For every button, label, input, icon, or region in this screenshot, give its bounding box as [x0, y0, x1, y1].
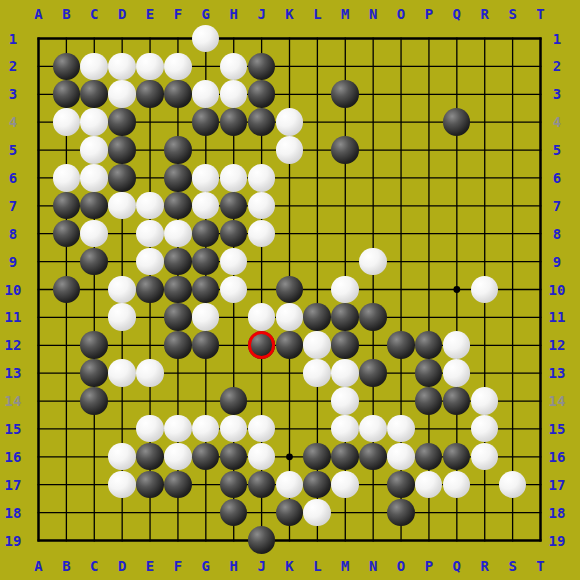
intersection-L14[interactable] — [303, 387, 331, 415]
intersection-C5[interactable] — [80, 136, 108, 164]
black-stone-B10[interactable] — [53, 276, 81, 304]
white-stone-H10[interactable] — [220, 276, 248, 304]
intersection-F5[interactable] — [164, 136, 192, 164]
white-stone-F15[interactable] — [164, 415, 192, 443]
black-stone-M11[interactable] — [331, 303, 359, 331]
black-stone-P12[interactable] — [415, 331, 443, 359]
intersection-N17[interactable] — [359, 471, 387, 499]
black-stone-M12[interactable] — [331, 331, 359, 359]
white-stone-D10[interactable] — [108, 276, 136, 304]
intersection-L12[interactable] — [303, 331, 331, 359]
intersection-J6[interactable] — [248, 164, 276, 192]
intersection-B11[interactable] — [52, 303, 80, 331]
black-stone-F5[interactable] — [164, 136, 192, 164]
intersection-N16[interactable] — [359, 443, 387, 471]
intersection-N18[interactable] — [359, 498, 387, 526]
intersection-G6[interactable] — [192, 164, 220, 192]
intersection-G7[interactable] — [192, 192, 220, 220]
white-stone-M13[interactable] — [331, 359, 359, 387]
intersection-A1[interactable] — [25, 25, 53, 53]
intersection-G3[interactable] — [192, 80, 220, 108]
intersection-F9[interactable] — [164, 248, 192, 276]
intersection-G19[interactable] — [192, 526, 220, 554]
intersection-A3[interactable] — [25, 80, 53, 108]
intersection-N1[interactable] — [359, 25, 387, 53]
intersection-A19[interactable] — [25, 526, 53, 554]
intersection-T2[interactable] — [526, 52, 554, 80]
intersection-J2[interactable] — [248, 52, 276, 80]
intersection-D19[interactable] — [108, 526, 136, 554]
black-stone-Q16[interactable] — [443, 443, 471, 471]
intersection-B6[interactable] — [52, 164, 80, 192]
intersection-M3[interactable] — [331, 80, 359, 108]
intersection-C9[interactable] — [80, 248, 108, 276]
intersection-B2[interactable] — [52, 52, 80, 80]
intersection-Q3[interactable] — [443, 80, 471, 108]
white-stone-G6[interactable] — [192, 164, 220, 192]
intersection-C10[interactable] — [80, 275, 108, 303]
intersection-J8[interactable] — [248, 220, 276, 248]
intersection-L18[interactable] — [303, 498, 331, 526]
intersection-D16[interactable] — [108, 443, 136, 471]
white-stone-C6[interactable] — [80, 164, 108, 192]
intersection-L3[interactable] — [303, 80, 331, 108]
intersection-Q17[interactable] — [443, 471, 471, 499]
intersection-S16[interactable] — [498, 443, 526, 471]
white-stone-D17[interactable] — [108, 471, 136, 499]
intersection-R14[interactable] — [471, 387, 499, 415]
intersection-O5[interactable] — [387, 136, 415, 164]
intersection-L15[interactable] — [303, 415, 331, 443]
intersection-G16[interactable] — [192, 443, 220, 471]
intersection-D11[interactable] — [108, 303, 136, 331]
white-stone-L13[interactable] — [303, 359, 331, 387]
intersection-L2[interactable] — [303, 52, 331, 80]
intersection-L16[interactable] — [303, 443, 331, 471]
intersection-Q13[interactable] — [443, 359, 471, 387]
white-stone-M15[interactable] — [331, 415, 359, 443]
intersection-P7[interactable] — [415, 192, 443, 220]
black-stone-L17[interactable] — [303, 471, 331, 499]
intersection-D12[interactable] — [108, 331, 136, 359]
intersection-J5[interactable] — [248, 136, 276, 164]
white-stone-H3[interactable] — [220, 80, 248, 108]
intersection-F4[interactable] — [164, 108, 192, 136]
intersection-B15[interactable] — [52, 415, 80, 443]
black-stone-F7[interactable] — [164, 192, 192, 220]
white-stone-G1[interactable] — [192, 25, 220, 53]
intersection-D3[interactable] — [108, 80, 136, 108]
intersection-P2[interactable] — [415, 52, 443, 80]
black-stone-D6[interactable] — [108, 164, 136, 192]
intersection-O3[interactable] — [387, 80, 415, 108]
black-stone-F17[interactable] — [164, 471, 192, 499]
intersection-K8[interactable] — [275, 220, 303, 248]
intersection-T7[interactable] — [526, 192, 554, 220]
white-stone-E2[interactable] — [136, 53, 164, 81]
white-stone-G11[interactable] — [192, 303, 220, 331]
white-stone-L12[interactable] — [303, 331, 331, 359]
intersection-S4[interactable] — [498, 108, 526, 136]
intersection-P1[interactable] — [415, 25, 443, 53]
intersection-A5[interactable] — [25, 136, 53, 164]
white-stone-C2[interactable] — [80, 53, 108, 81]
intersection-C3[interactable] — [80, 80, 108, 108]
intersection-M5[interactable] — [331, 136, 359, 164]
intersection-R6[interactable] — [471, 164, 499, 192]
intersection-M7[interactable] — [331, 192, 359, 220]
intersection-G5[interactable] — [192, 136, 220, 164]
white-stone-D2[interactable] — [108, 53, 136, 81]
white-stone-Q17[interactable] — [443, 471, 471, 499]
intersection-R15[interactable] — [471, 415, 499, 443]
intersection-D6[interactable] — [108, 164, 136, 192]
intersection-R17[interactable] — [471, 471, 499, 499]
intersection-B5[interactable] — [52, 136, 80, 164]
intersection-E11[interactable] — [136, 303, 164, 331]
white-stone-M17[interactable] — [331, 471, 359, 499]
black-stone-B2[interactable] — [53, 53, 81, 81]
white-stone-F2[interactable] — [164, 53, 192, 81]
intersection-E18[interactable] — [136, 498, 164, 526]
black-stone-C7[interactable] — [80, 192, 108, 220]
intersection-Q8[interactable] — [443, 220, 471, 248]
intersection-B1[interactable] — [52, 25, 80, 53]
intersection-N5[interactable] — [359, 136, 387, 164]
intersection-D10[interactable] — [108, 275, 136, 303]
intersection-L5[interactable] — [303, 136, 331, 164]
black-stone-H16[interactable] — [220, 443, 248, 471]
black-stone-H4[interactable] — [220, 108, 248, 136]
intersection-Q5[interactable] — [443, 136, 471, 164]
intersection-O18[interactable] — [387, 498, 415, 526]
intersection-F8[interactable] — [164, 220, 192, 248]
intersection-S11[interactable] — [498, 303, 526, 331]
intersection-L9[interactable] — [303, 248, 331, 276]
intersection-C1[interactable] — [80, 25, 108, 53]
white-stone-N15[interactable] — [359, 415, 387, 443]
intersection-J3[interactable] — [248, 80, 276, 108]
intersection-E8[interactable] — [136, 220, 164, 248]
intersection-K6[interactable] — [275, 164, 303, 192]
intersection-B16[interactable] — [52, 443, 80, 471]
intersection-G9[interactable] — [192, 248, 220, 276]
black-stone-G8[interactable] — [192, 220, 220, 248]
intersection-R3[interactable] — [471, 80, 499, 108]
intersection-N13[interactable] — [359, 359, 387, 387]
intersection-O9[interactable] — [387, 248, 415, 276]
white-stone-B4[interactable] — [53, 108, 81, 136]
intersection-S8[interactable] — [498, 220, 526, 248]
intersection-D8[interactable] — [108, 220, 136, 248]
intersection-T3[interactable] — [526, 80, 554, 108]
intersection-K10[interactable] — [275, 275, 303, 303]
black-stone-N13[interactable] — [359, 359, 387, 387]
intersection-J10[interactable] — [248, 275, 276, 303]
intersection-O2[interactable] — [387, 52, 415, 80]
intersection-R8[interactable] — [471, 220, 499, 248]
intersection-H5[interactable] — [220, 136, 248, 164]
intersection-M2[interactable] — [331, 52, 359, 80]
intersection-S14[interactable] — [498, 387, 526, 415]
white-stone-D11[interactable] — [108, 303, 136, 331]
intersection-Q10[interactable] — [443, 275, 471, 303]
black-stone-B8[interactable] — [53, 220, 81, 248]
intersection-S9[interactable] — [498, 248, 526, 276]
intersection-H15[interactable] — [220, 415, 248, 443]
intersection-O1[interactable] — [387, 25, 415, 53]
black-stone-G4[interactable] — [192, 108, 220, 136]
intersection-L17[interactable] — [303, 471, 331, 499]
intersection-S1[interactable] — [498, 25, 526, 53]
intersection-J12[interactable] — [248, 331, 276, 359]
white-stone-F16[interactable] — [164, 443, 192, 471]
black-stone-P14[interactable] — [415, 387, 443, 415]
black-stone-F12[interactable] — [164, 331, 192, 359]
black-stone-J19[interactable] — [248, 526, 276, 554]
white-stone-C5[interactable] — [80, 136, 108, 164]
intersection-A12[interactable] — [25, 331, 53, 359]
intersection-K19[interactable] — [275, 526, 303, 554]
white-stone-K5[interactable] — [276, 136, 304, 164]
black-stone-O12[interactable] — [387, 331, 415, 359]
intersection-L4[interactable] — [303, 108, 331, 136]
black-stone-C9[interactable] — [80, 248, 108, 276]
intersection-H10[interactable] — [220, 275, 248, 303]
intersection-Q15[interactable] — [443, 415, 471, 443]
intersection-N15[interactable] — [359, 415, 387, 443]
intersection-O12[interactable] — [387, 331, 415, 359]
intersection-M14[interactable] — [331, 387, 359, 415]
intersection-K2[interactable] — [275, 52, 303, 80]
intersection-G13[interactable] — [192, 359, 220, 387]
white-stone-R10[interactable] — [471, 276, 499, 304]
intersection-C8[interactable] — [80, 220, 108, 248]
intersection-N19[interactable] — [359, 526, 387, 554]
intersection-C2[interactable] — [80, 52, 108, 80]
intersection-H12[interactable] — [220, 331, 248, 359]
intersection-Q1[interactable] — [443, 25, 471, 53]
intersection-M11[interactable] — [331, 303, 359, 331]
intersection-H1[interactable] — [220, 25, 248, 53]
intersection-C19[interactable] — [80, 526, 108, 554]
intersection-Q9[interactable] — [443, 248, 471, 276]
intersection-F11[interactable] — [164, 303, 192, 331]
black-stone-H17[interactable] — [220, 471, 248, 499]
white-stone-K4[interactable] — [276, 108, 304, 136]
intersection-O8[interactable] — [387, 220, 415, 248]
intersection-H4[interactable] — [220, 108, 248, 136]
white-stone-G7[interactable] — [192, 192, 220, 220]
intersection-A15[interactable] — [25, 415, 53, 443]
intersection-A16[interactable] — [25, 443, 53, 471]
intersection-C11[interactable] — [80, 303, 108, 331]
black-stone-O17[interactable] — [387, 471, 415, 499]
intersection-E14[interactable] — [136, 387, 164, 415]
white-stone-H9[interactable] — [220, 248, 248, 276]
intersection-L13[interactable] — [303, 359, 331, 387]
black-stone-E10[interactable] — [136, 276, 164, 304]
intersection-J15[interactable] — [248, 415, 276, 443]
intersection-P8[interactable] — [415, 220, 443, 248]
intersection-K17[interactable] — [275, 471, 303, 499]
intersection-J1[interactable] — [248, 25, 276, 53]
intersection-B8[interactable] — [52, 220, 80, 248]
intersection-R19[interactable] — [471, 526, 499, 554]
white-stone-F8[interactable] — [164, 220, 192, 248]
intersection-O13[interactable] — [387, 359, 415, 387]
intersection-G12[interactable] — [192, 331, 220, 359]
black-stone-H14[interactable] — [220, 387, 248, 415]
intersection-D2[interactable] — [108, 52, 136, 80]
intersection-G15[interactable] — [192, 415, 220, 443]
white-stone-O16[interactable] — [387, 443, 415, 471]
white-stone-D16[interactable] — [108, 443, 136, 471]
intersection-G2[interactable] — [192, 52, 220, 80]
intersection-F12[interactable] — [164, 331, 192, 359]
intersection-N10[interactable] — [359, 275, 387, 303]
white-stone-E7[interactable] — [136, 192, 164, 220]
white-stone-G3[interactable] — [192, 80, 220, 108]
intersection-N6[interactable] — [359, 164, 387, 192]
intersection-C15[interactable] — [80, 415, 108, 443]
intersection-T9[interactable] — [526, 248, 554, 276]
intersection-R4[interactable] — [471, 108, 499, 136]
intersection-O14[interactable] — [387, 387, 415, 415]
intersection-G17[interactable] — [192, 471, 220, 499]
intersection-E3[interactable] — [136, 80, 164, 108]
intersection-J19[interactable] — [248, 526, 276, 554]
black-stone-F6[interactable] — [164, 164, 192, 192]
intersection-Q6[interactable] — [443, 164, 471, 192]
intersection-A8[interactable] — [25, 220, 53, 248]
intersection-N12[interactable] — [359, 331, 387, 359]
intersection-R12[interactable] — [471, 331, 499, 359]
intersection-S5[interactable] — [498, 136, 526, 164]
intersection-G4[interactable] — [192, 108, 220, 136]
black-stone-D4[interactable] — [108, 108, 136, 136]
intersection-S2[interactable] — [498, 52, 526, 80]
intersection-J11[interactable] — [248, 303, 276, 331]
intersection-K18[interactable] — [275, 498, 303, 526]
intersection-Q18[interactable] — [443, 498, 471, 526]
black-stone-O18[interactable] — [387, 499, 415, 527]
white-stone-M14[interactable] — [331, 387, 359, 415]
intersection-E2[interactable] — [136, 52, 164, 80]
white-stone-J15[interactable] — [248, 415, 276, 443]
black-stone-G16[interactable] — [192, 443, 220, 471]
intersection-G1[interactable] — [192, 25, 220, 53]
intersection-O11[interactable] — [387, 303, 415, 331]
intersection-R2[interactable] — [471, 52, 499, 80]
black-stone-N16[interactable] — [359, 443, 387, 471]
white-stone-S17[interactable] — [499, 471, 527, 499]
intersection-L11[interactable] — [303, 303, 331, 331]
intersection-N2[interactable] — [359, 52, 387, 80]
intersection-F1[interactable] — [164, 25, 192, 53]
intersection-S10[interactable] — [498, 275, 526, 303]
intersection-D14[interactable] — [108, 387, 136, 415]
intersection-S3[interactable] — [498, 80, 526, 108]
intersection-Q4[interactable] — [443, 108, 471, 136]
intersection-O17[interactable] — [387, 471, 415, 499]
white-stone-N9[interactable] — [359, 248, 387, 276]
intersection-P10[interactable] — [415, 275, 443, 303]
intersection-E7[interactable] — [136, 192, 164, 220]
intersection-A9[interactable] — [25, 248, 53, 276]
intersection-K14[interactable] — [275, 387, 303, 415]
intersection-P18[interactable] — [415, 498, 443, 526]
intersection-E6[interactable] — [136, 164, 164, 192]
black-stone-F10[interactable] — [164, 276, 192, 304]
white-stone-E13[interactable] — [136, 359, 164, 387]
intersection-H17[interactable] — [220, 471, 248, 499]
intersection-H11[interactable] — [220, 303, 248, 331]
intersection-E4[interactable] — [136, 108, 164, 136]
white-stone-L18[interactable] — [303, 499, 331, 527]
intersection-O16[interactable] — [387, 443, 415, 471]
intersection-A4[interactable] — [25, 108, 53, 136]
intersection-S13[interactable] — [498, 359, 526, 387]
intersection-B4[interactable] — [52, 108, 80, 136]
intersection-F17[interactable] — [164, 471, 192, 499]
intersection-L1[interactable] — [303, 25, 331, 53]
white-stone-Q12[interactable] — [443, 331, 471, 359]
black-stone-Q4[interactable] — [443, 108, 471, 136]
intersection-B10[interactable] — [52, 275, 80, 303]
intersection-Q2[interactable] — [443, 52, 471, 80]
intersection-C13[interactable] — [80, 359, 108, 387]
white-stone-Q13[interactable] — [443, 359, 471, 387]
white-stone-E15[interactable] — [136, 415, 164, 443]
black-stone-C12[interactable] — [80, 331, 108, 359]
intersection-R5[interactable] — [471, 136, 499, 164]
intersection-D13[interactable] — [108, 359, 136, 387]
black-stone-L16[interactable] — [303, 443, 331, 471]
intersection-K12[interactable] — [275, 331, 303, 359]
black-stone-D5[interactable] — [108, 136, 136, 164]
intersection-R18[interactable] — [471, 498, 499, 526]
intersection-H9[interactable] — [220, 248, 248, 276]
black-stone-G10[interactable] — [192, 276, 220, 304]
intersection-M16[interactable] — [331, 443, 359, 471]
intersection-Q11[interactable] — [443, 303, 471, 331]
black-stone-H7[interactable] — [220, 192, 248, 220]
intersection-N3[interactable] — [359, 80, 387, 108]
intersection-P17[interactable] — [415, 471, 443, 499]
intersection-E12[interactable] — [136, 331, 164, 359]
white-stone-E9[interactable] — [136, 248, 164, 276]
white-stone-K17[interactable] — [276, 471, 304, 499]
intersection-E10[interactable] — [136, 275, 164, 303]
intersection-K13[interactable] — [275, 359, 303, 387]
white-stone-H6[interactable] — [220, 164, 248, 192]
white-stone-M10[interactable] — [331, 276, 359, 304]
intersection-Q19[interactable] — [443, 526, 471, 554]
white-stone-H15[interactable] — [220, 415, 248, 443]
intersection-M1[interactable] — [331, 25, 359, 53]
black-stone-L11[interactable] — [303, 303, 331, 331]
intersection-J4[interactable] — [248, 108, 276, 136]
intersection-P11[interactable] — [415, 303, 443, 331]
intersection-T4[interactable] — [526, 108, 554, 136]
intersection-F10[interactable] — [164, 275, 192, 303]
intersection-H7[interactable] — [220, 192, 248, 220]
intersection-F7[interactable] — [164, 192, 192, 220]
intersection-D5[interactable] — [108, 136, 136, 164]
intersection-A10[interactable] — [25, 275, 53, 303]
intersection-H6[interactable] — [220, 164, 248, 192]
